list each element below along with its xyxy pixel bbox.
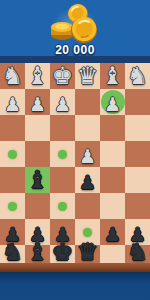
square-f8[interactable]: ♝ <box>25 245 50 265</box>
square-b2[interactable] <box>125 89 150 115</box>
square-e8[interactable]: ♚ <box>50 245 75 265</box>
square-f6[interactable] <box>25 193 50 219</box>
square-g8[interactable]: ♞ <box>0 245 25 265</box>
square-c6[interactable] <box>100 193 125 219</box>
white-king-e1[interactable]: ♚ <box>52 63 74 89</box>
black-queen-d8[interactable]: ♛ <box>77 239 99 265</box>
square-c5[interactable] <box>100 167 125 193</box>
white-pawn-c2[interactable]: ♟ <box>104 93 121 115</box>
square-f5[interactable]: ♝ <box>25 167 50 193</box>
square-d3[interactable] <box>75 115 100 141</box>
black-bishop-f8[interactable]: ♝ <box>27 239 49 265</box>
app-screen: 20 000 ♞♝♚♛♝♞♟♟♟♟♟♝♟♟♟♟♟♟♞♝♚♛♞ <box>0 0 150 300</box>
square-c4[interactable] <box>100 141 125 167</box>
move-dot-g4[interactable] <box>8 150 17 159</box>
black-pawn-d5[interactable]: ♟ <box>79 171 96 193</box>
move-dot-e6[interactable] <box>58 202 67 211</box>
move-dot-d7[interactable] <box>83 228 92 237</box>
square-d6[interactable] <box>75 193 100 219</box>
square-e6[interactable] <box>50 193 75 219</box>
white-knight-b1[interactable]: ♞ <box>127 63 149 89</box>
board: ♞♝♚♛♝♞♟♟♟♟♟♝♟♟♟♟♟♟♞♝♚♛♞ <box>0 63 150 265</box>
white-pawn-f2[interactable]: ♟ <box>29 93 46 115</box>
square-b5[interactable] <box>125 167 150 193</box>
square-c2[interactable]: ♟ <box>100 89 125 115</box>
square-g1[interactable]: ♞ <box>0 63 25 89</box>
coin-counter[interactable]: 20 000 <box>0 0 150 56</box>
square-g6[interactable] <box>0 193 25 219</box>
bottom-band <box>0 272 150 300</box>
square-b4[interactable] <box>125 141 150 167</box>
white-queen-d1[interactable]: ♛ <box>77 63 99 89</box>
square-e2[interactable]: ♟ <box>50 89 75 115</box>
square-f2[interactable]: ♟ <box>25 89 50 115</box>
black-pawn-c7[interactable]: ♟ <box>104 223 121 245</box>
square-g5[interactable] <box>0 167 25 193</box>
move-dot-e4[interactable] <box>58 150 67 159</box>
square-d4[interactable]: ♟ <box>75 141 100 167</box>
square-g2[interactable]: ♟ <box>0 89 25 115</box>
square-f3[interactable] <box>25 115 50 141</box>
square-e4[interactable] <box>50 141 75 167</box>
square-b3[interactable] <box>125 115 150 141</box>
square-e1[interactable]: ♚ <box>50 63 75 89</box>
white-pawn-d4[interactable]: ♟ <box>79 145 96 167</box>
coin-balance-label: 20 000 <box>0 43 150 57</box>
square-d5[interactable]: ♟ <box>75 167 100 193</box>
square-d1[interactable]: ♛ <box>75 63 100 89</box>
black-knight-b8[interactable]: ♞ <box>127 239 149 265</box>
move-dot-g6[interactable] <box>8 202 17 211</box>
square-g3[interactable] <box>0 115 25 141</box>
square-e3[interactable] <box>50 115 75 141</box>
white-pawn-e2[interactable]: ♟ <box>54 93 71 115</box>
square-f4[interactable] <box>25 141 50 167</box>
white-bishop-f1[interactable]: ♝ <box>27 63 49 89</box>
square-e5[interactable] <box>50 167 75 193</box>
square-c1[interactable]: ♝ <box>100 63 125 89</box>
square-f1[interactable]: ♝ <box>25 63 50 89</box>
square-b1[interactable]: ♞ <box>125 63 150 89</box>
square-d8[interactable]: ♛ <box>75 245 100 265</box>
square-c3[interactable] <box>100 115 125 141</box>
gold-coins-icon <box>48 2 102 44</box>
black-knight-g8[interactable]: ♞ <box>2 239 24 265</box>
square-g4[interactable] <box>0 141 25 167</box>
square-c7[interactable]: ♟ <box>100 219 125 245</box>
white-knight-g1[interactable]: ♞ <box>2 63 24 89</box>
white-pawn-g2[interactable]: ♟ <box>4 93 21 115</box>
square-b8[interactable]: ♞ <box>125 245 150 265</box>
white-bishop-c1[interactable]: ♝ <box>102 63 124 89</box>
black-king-e8[interactable]: ♚ <box>52 239 74 265</box>
square-c8[interactable] <box>100 245 125 265</box>
square-d2[interactable] <box>75 89 100 115</box>
black-bishop-f5[interactable]: ♝ <box>27 167 49 193</box>
square-b6[interactable] <box>125 193 150 219</box>
board-front-edge <box>0 263 150 272</box>
